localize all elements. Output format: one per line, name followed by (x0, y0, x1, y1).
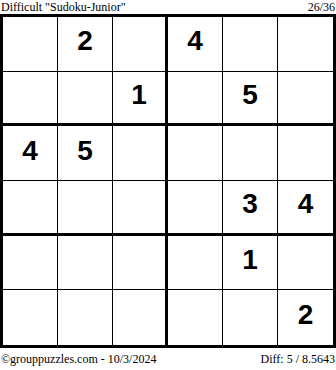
puzzle-counter: 26/36 (308, 1, 335, 14)
grid-cell-given[interactable]: 2 (58, 17, 113, 72)
grid-cell-given[interactable]: 5 (58, 126, 113, 181)
cell-digit: 2 (77, 27, 93, 55)
cell-digit: 4 (187, 27, 203, 55)
grid-cell-empty[interactable] (58, 236, 113, 291)
grid-cell-empty[interactable] (168, 126, 223, 181)
grid-cell-empty[interactable] (223, 126, 278, 181)
grid-cell-empty[interactable] (3, 17, 58, 72)
grid-cell-empty[interactable] (278, 236, 333, 291)
cell-digit: 1 (242, 246, 258, 274)
cell-digit: 1 (131, 81, 147, 109)
grid-cell-empty[interactable] (113, 181, 168, 236)
grid-cell-empty[interactable] (58, 290, 113, 345)
sudoku-board: 2415453412 (0, 14, 336, 348)
grid-cell-empty[interactable] (168, 236, 223, 291)
grid-cell-empty[interactable] (3, 181, 58, 236)
grid-cell-given[interactable]: 5 (223, 72, 278, 127)
grid-cell-empty[interactable] (168, 72, 223, 127)
grid-cell-given[interactable]: 2 (278, 290, 333, 345)
grid-cell-given[interactable]: 3 (223, 181, 278, 236)
grid-cell-empty[interactable] (3, 290, 58, 345)
grid-cell-empty[interactable] (3, 236, 58, 291)
grid-cell-empty[interactable] (58, 72, 113, 127)
grid-cell-empty[interactable] (278, 72, 333, 127)
grid-cell-empty[interactable] (58, 181, 113, 236)
grid-cell-empty[interactable] (278, 17, 333, 72)
grid-cell-empty[interactable] (113, 290, 168, 345)
grid-cell-given[interactable]: 4 (278, 181, 333, 236)
grid-cell-given[interactable]: 4 (3, 126, 58, 181)
header: Difficult "Sudoku-Junior" 26/36 (0, 0, 336, 14)
cell-digit: 2 (298, 301, 314, 329)
puzzle-title: Difficult "Sudoku-Junior" (1, 1, 126, 14)
cell-digit: 3 (242, 190, 258, 218)
grid-cell-given[interactable]: 1 (113, 72, 168, 127)
grid-cell-empty[interactable] (168, 290, 223, 345)
cell-digit: 4 (22, 137, 38, 165)
grid-cell-empty[interactable] (168, 181, 223, 236)
grid-cell-empty[interactable] (223, 290, 278, 345)
copyright-text: ©grouppuzzles.com - 10/3/2024 (1, 353, 156, 366)
grid-cell-given[interactable]: 4 (168, 17, 223, 72)
cell-digit: 5 (77, 137, 93, 165)
footer: ©grouppuzzles.com - 10/3/2024 Diff: 5 / … (0, 353, 336, 366)
grid-cell-empty[interactable] (113, 236, 168, 291)
puzzle-page: Difficult "Sudoku-Junior" 26/36 24154534… (0, 0, 336, 370)
grid-cell-empty[interactable] (113, 17, 168, 72)
grid-cell-empty[interactable] (278, 126, 333, 181)
grid-cell-empty[interactable] (113, 126, 168, 181)
grid-cell-given[interactable]: 1 (223, 236, 278, 291)
cell-digit: 5 (242, 81, 258, 109)
grid-cell-empty[interactable] (3, 72, 58, 127)
difficulty-text: Diff: 5 / 8.5643 (261, 353, 335, 366)
grid-cell-empty[interactable] (223, 17, 278, 72)
cell-digit: 4 (298, 190, 314, 218)
